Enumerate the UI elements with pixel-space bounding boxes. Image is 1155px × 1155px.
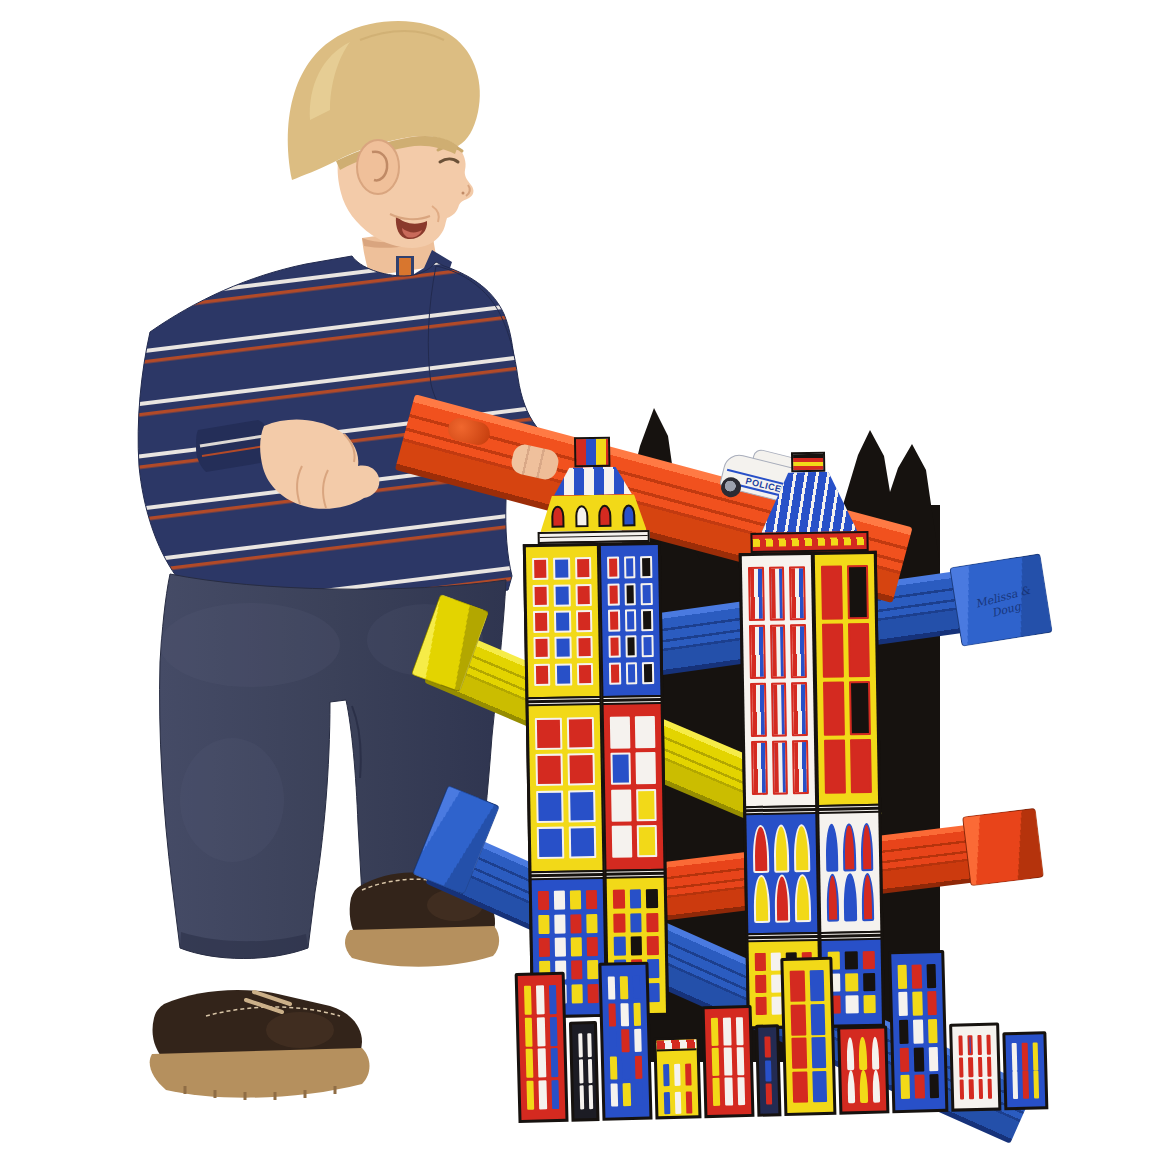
tower-window	[613, 890, 625, 909]
tower-window	[899, 1020, 909, 1044]
tower-window	[588, 1059, 593, 1083]
tower-window	[534, 663, 551, 685]
tower-window	[570, 891, 581, 910]
tower-window	[929, 1074, 939, 1098]
window-grid	[601, 965, 649, 1118]
window-grid	[657, 1050, 699, 1119]
tower-window	[860, 1070, 868, 1103]
tower-window	[773, 824, 790, 872]
tower-window	[685, 1063, 692, 1085]
tower-window	[750, 683, 767, 737]
tower-window	[765, 1060, 772, 1081]
window-grid	[815, 554, 878, 805]
tower-window	[625, 636, 637, 658]
tower-window	[610, 753, 631, 785]
tower-window	[610, 716, 631, 748]
tower-window	[915, 1075, 925, 1099]
tower-window	[568, 790, 596, 822]
tower-window	[1012, 1043, 1018, 1071]
tower-window	[847, 565, 869, 619]
tower-window	[580, 1085, 585, 1109]
tower-window	[812, 1071, 827, 1102]
tower-window	[1012, 1071, 1018, 1099]
tower-window	[912, 964, 922, 988]
tower-window	[723, 1017, 731, 1045]
tower-window	[774, 875, 791, 923]
tower-window	[641, 583, 653, 605]
tower-window	[578, 1033, 583, 1057]
tower-window	[575, 584, 592, 606]
tower-window	[958, 1035, 963, 1055]
tower-window	[790, 970, 805, 1001]
tower-window	[567, 753, 595, 785]
tower-section	[742, 555, 815, 806]
tower-window	[576, 636, 593, 658]
spire-part	[760, 471, 857, 533]
tower-window	[626, 662, 638, 684]
tower-window	[928, 1047, 938, 1071]
tower-window	[620, 976, 628, 999]
tower-window	[589, 1085, 594, 1109]
tower-window	[986, 1035, 991, 1055]
tower-window	[914, 1047, 924, 1071]
tower-window	[821, 565, 843, 619]
tower-spire	[737, 451, 881, 553]
tower-window	[637, 825, 658, 857]
tower-window	[536, 790, 564, 822]
tower-window	[554, 610, 571, 632]
tower-window	[809, 970, 824, 1001]
tower-window	[928, 1019, 938, 1043]
tower-window	[586, 914, 597, 933]
tower-window	[623, 1083, 631, 1106]
tower-window	[622, 1056, 630, 1079]
tower-window	[538, 891, 549, 910]
tower-window	[791, 682, 808, 736]
spire-part	[540, 494, 647, 532]
base-building	[569, 1021, 600, 1122]
tower-window	[823, 681, 845, 735]
tower-window	[576, 610, 593, 632]
tower-window	[737, 1077, 745, 1105]
tower-window	[608, 636, 620, 658]
ramp-tower-toy: Melissa & Doug POLICE	[0, 0, 1155, 1155]
base-building	[653, 1036, 701, 1119]
tower-section	[604, 704, 664, 870]
tower-window	[536, 985, 544, 1014]
tower-window	[850, 739, 872, 793]
tower-window	[526, 1081, 534, 1110]
tower-window	[624, 557, 636, 579]
tower-window	[647, 913, 659, 932]
tower-window	[927, 991, 937, 1015]
tower-window	[612, 826, 633, 858]
tower-window	[635, 1083, 643, 1106]
tower-window	[824, 739, 846, 793]
tower-window	[621, 1003, 629, 1026]
tower-window	[633, 1002, 641, 1025]
tower-window	[579, 1059, 584, 1083]
tower-window	[608, 610, 620, 632]
tower-window	[607, 583, 619, 605]
tower-window	[554, 584, 571, 606]
tower-window	[898, 992, 908, 1016]
tower-window	[532, 558, 549, 580]
tower-window	[533, 584, 550, 606]
tower-window	[636, 789, 657, 821]
base-building	[755, 1024, 781, 1117]
tower-window	[525, 1017, 533, 1046]
tower-spire	[521, 436, 665, 544]
base-building	[598, 962, 652, 1121]
tower-window	[664, 1092, 671, 1114]
tower-window	[535, 754, 563, 786]
tower-window	[749, 625, 766, 679]
tower-window	[751, 741, 768, 795]
tower-window	[567, 717, 595, 749]
tower-window	[792, 740, 809, 794]
tower-window	[960, 1079, 965, 1099]
tower-window	[748, 567, 765, 621]
tower-window	[736, 1017, 744, 1045]
tower-window	[968, 1035, 973, 1055]
tower-window	[575, 557, 592, 579]
tower-section	[815, 554, 878, 805]
tower-window	[791, 1038, 806, 1069]
tower-section	[601, 545, 661, 696]
spire-part	[791, 452, 825, 473]
tower-section	[526, 546, 600, 697]
tower-window	[977, 1057, 982, 1077]
tower-window	[846, 1037, 854, 1070]
tower-window	[844, 874, 857, 922]
tower-window	[900, 1075, 910, 1099]
tower-window	[791, 1004, 806, 1035]
tower-window	[624, 583, 636, 605]
tower-window	[551, 1080, 559, 1109]
tower-window	[663, 1064, 670, 1086]
tower-window	[843, 823, 856, 871]
tower-window	[725, 1077, 733, 1105]
tower-window	[752, 824, 768, 872]
tower-window	[555, 663, 572, 685]
arch-window	[622, 504, 635, 526]
window-grid	[526, 546, 600, 697]
tower-window	[872, 1070, 880, 1103]
tower-window	[1023, 1071, 1029, 1099]
tower-window	[611, 1084, 619, 1107]
tower-window	[772, 740, 789, 794]
tower-window	[900, 1047, 910, 1071]
tower-window	[969, 1079, 974, 1099]
tower-window	[577, 663, 594, 685]
tower-window	[913, 992, 923, 1016]
tower-window	[978, 1079, 983, 1099]
tower-window	[537, 827, 565, 859]
base-building	[1002, 1031, 1048, 1110]
tower-window	[847, 1071, 855, 1104]
tower-window	[712, 1048, 720, 1076]
tower-window	[539, 1080, 547, 1109]
tower-window	[859, 1037, 867, 1070]
window-grid	[746, 814, 817, 933]
city-base-strip	[514, 921, 1059, 1123]
window-grid	[952, 1025, 998, 1108]
tower-section	[529, 705, 603, 871]
tower-window	[586, 890, 597, 909]
tower-window	[771, 682, 788, 736]
tower-window	[611, 789, 632, 821]
tower-window	[613, 913, 625, 932]
tower-window	[634, 1029, 642, 1052]
window-grid	[1005, 1034, 1045, 1107]
window-grid	[604, 704, 664, 870]
tower-window	[533, 637, 550, 659]
tower-window	[1032, 1042, 1038, 1070]
tower-window	[810, 1004, 825, 1035]
tower-window	[538, 915, 549, 934]
window-grid	[819, 813, 880, 932]
tower-window	[822, 623, 844, 677]
base-building	[515, 972, 569, 1123]
window-grid	[783, 960, 833, 1113]
tower-window	[609, 662, 621, 684]
tower-window	[675, 1092, 682, 1114]
tower-window	[753, 875, 769, 923]
tower-window	[554, 914, 565, 933]
tower-window	[712, 1078, 720, 1106]
arch-window	[551, 506, 564, 528]
tower-window	[959, 1057, 964, 1077]
tower-window	[987, 1079, 992, 1099]
tower-window	[569, 826, 597, 858]
tower-window	[587, 1033, 592, 1057]
tower-window	[764, 1037, 771, 1058]
tower-window	[792, 1072, 807, 1103]
tower-window	[898, 964, 908, 988]
tower-section	[819, 813, 880, 932]
tower-window	[724, 1047, 732, 1075]
tower-window	[766, 1083, 773, 1104]
window-grid	[742, 555, 815, 806]
tower-window	[554, 891, 565, 910]
window-grid	[601, 545, 661, 696]
tower-window	[632, 976, 640, 999]
window-grid	[705, 1008, 752, 1115]
tower-window	[608, 976, 616, 999]
tower-window	[811, 1037, 826, 1068]
tower-window	[621, 1030, 629, 1053]
tower-window	[642, 662, 654, 684]
arch-window	[575, 505, 588, 527]
tower-window	[609, 1030, 617, 1053]
tower-section	[746, 814, 817, 933]
spire-part	[553, 466, 631, 495]
tower-window	[860, 823, 873, 871]
tower-window	[848, 623, 870, 677]
tower-window	[913, 1019, 923, 1043]
window-grid	[840, 1028, 886, 1111]
tower-window	[553, 558, 570, 580]
base-building	[837, 1025, 889, 1114]
tower-window	[926, 964, 936, 988]
tower-window	[794, 824, 811, 872]
tower-window	[630, 890, 642, 909]
base-building	[702, 1005, 755, 1118]
base-building	[949, 1022, 1001, 1111]
tower-window	[736, 1047, 744, 1075]
tower-window	[770, 624, 787, 678]
spire-part	[574, 437, 611, 468]
tower-window	[769, 566, 786, 620]
tower-window	[641, 609, 653, 631]
tower-window	[549, 985, 557, 1014]
tower-window	[977, 1035, 982, 1055]
tower-window	[1022, 1042, 1028, 1070]
tower-window	[526, 1049, 534, 1078]
tower-window	[549, 1017, 557, 1046]
tower-window	[640, 556, 652, 578]
tower-window	[861, 873, 874, 921]
tower-window	[524, 985, 532, 1014]
tower-window	[635, 1056, 643, 1079]
photo-stage: Melissa & Doug POLICE	[0, 0, 1155, 1155]
tower-window	[630, 913, 642, 932]
tower-window	[968, 1057, 973, 1077]
tower-window	[635, 716, 656, 748]
window-grid	[518, 975, 566, 1120]
tower-window	[789, 566, 806, 620]
tower-window	[538, 1049, 546, 1078]
tower-window	[625, 609, 637, 631]
tower-window	[642, 635, 654, 657]
tower-window	[610, 1057, 618, 1080]
tower-window	[826, 874, 839, 922]
tower-window	[635, 752, 656, 784]
tower-window	[711, 1018, 719, 1046]
tower-window	[790, 624, 807, 678]
tower-window	[555, 637, 572, 659]
window-grid	[758, 1027, 778, 1113]
tower-window	[686, 1091, 693, 1113]
tower-window	[1033, 1071, 1039, 1099]
base-building	[780, 957, 836, 1116]
tower-window	[533, 611, 550, 633]
tower-window	[646, 889, 658, 908]
tower-window	[825, 823, 838, 871]
window-grid	[572, 1024, 596, 1119]
tower-window	[987, 1057, 992, 1077]
tower-window	[849, 681, 871, 735]
tower-window	[535, 717, 563, 749]
spire-part	[750, 531, 868, 553]
tower-window	[608, 1003, 616, 1026]
tower-window	[550, 1048, 558, 1077]
tower-window	[570, 914, 581, 933]
tower-window	[607, 557, 619, 579]
base-building	[888, 950, 948, 1113]
tower-window	[795, 874, 812, 922]
arch-window	[599, 505, 612, 527]
window-grid	[529, 705, 603, 871]
tower-window	[537, 1017, 545, 1046]
tower-window	[674, 1064, 681, 1086]
tower-window	[871, 1036, 879, 1069]
window-grid	[891, 953, 945, 1110]
